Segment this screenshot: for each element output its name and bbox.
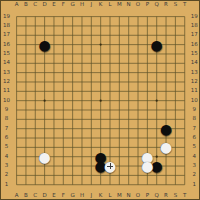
- bottom-coordinate-g: G: [70, 193, 74, 199]
- right-coordinate-10: 10: [191, 98, 198, 104]
- right-coordinate-15: 15: [191, 51, 198, 57]
- right-coordinate-4: 4: [192, 154, 196, 160]
- stone-white-r5[interactable]: ●: [160, 141, 172, 155]
- top-coordinate-b: B: [24, 3, 28, 9]
- bottom-coordinate-l: L: [108, 193, 111, 199]
- right-coordinate-6: 6: [192, 135, 196, 141]
- star-point-k16: [100, 44, 102, 46]
- top-coordinate-h: H: [80, 3, 84, 9]
- top-coordinate-p: P: [146, 3, 149, 9]
- left-coordinate-7: 7: [5, 126, 9, 132]
- top-coordinate-r: R: [164, 3, 168, 9]
- right-coordinate-1: 1: [192, 182, 196, 188]
- top-coordinate-d: D: [42, 3, 46, 9]
- top-coordinate-m: M: [117, 3, 122, 9]
- right-coordinate-9: 9: [192, 107, 196, 113]
- bottom-coordinate-f: F: [62, 193, 65, 199]
- stone-white-d4[interactable]: ●: [39, 150, 51, 164]
- bottom-coordinate-k: K: [99, 193, 103, 199]
- bottom-coordinate-j: J: [91, 193, 93, 199]
- top-coordinate-j: J: [91, 3, 93, 9]
- top-coordinate-q: Q: [155, 3, 159, 9]
- top-coordinate-n: N: [127, 3, 131, 9]
- bottom-coordinate-n: N: [127, 193, 131, 199]
- bottom-coordinate-q: Q: [155, 193, 159, 199]
- right-coordinate-13: 13: [191, 70, 198, 76]
- right-coordinate-19: 19: [191, 14, 198, 20]
- stone-black-d16[interactable]: ●: [39, 38, 51, 52]
- left-coordinate-8: 8: [5, 117, 9, 123]
- top-coordinate-c: C: [33, 3, 37, 9]
- left-coordinate-18: 18: [3, 23, 10, 29]
- left-coordinate-13: 13: [3, 70, 10, 76]
- top-coordinate-a: A: [15, 3, 19, 9]
- go-board[interactable]: AABBCCDDEEFFGGHHJJKKLLMMNNOOPPQQRRSSTT19…: [0, 0, 200, 200]
- top-coordinate-f: F: [62, 3, 65, 9]
- bottom-coordinate-c: C: [33, 193, 37, 199]
- right-coordinate-2: 2: [192, 173, 196, 179]
- stone-black-q16[interactable]: ●: [151, 38, 163, 52]
- top-coordinate-e: E: [52, 3, 55, 9]
- left-coordinate-6: 6: [5, 135, 9, 141]
- right-coordinate-18: 18: [191, 23, 198, 29]
- bottom-coordinate-d: D: [42, 193, 46, 199]
- top-coordinate-t: T: [183, 3, 186, 9]
- top-coordinate-s: S: [174, 3, 178, 9]
- right-coordinate-11: 11: [191, 89, 198, 95]
- star-point-k10: [100, 100, 102, 102]
- star-point-d10: [44, 100, 46, 102]
- bottom-coordinate-m: M: [117, 193, 122, 199]
- left-coordinate-17: 17: [3, 33, 10, 39]
- bottom-coordinate-s: S: [174, 193, 178, 199]
- stone-white-p3[interactable]: ●: [141, 159, 153, 173]
- left-coordinate-10: 10: [3, 98, 10, 104]
- left-coordinate-2: 2: [5, 173, 9, 179]
- right-coordinate-5: 5: [192, 145, 196, 151]
- left-coordinate-4: 4: [5, 154, 9, 160]
- top-coordinate-g: G: [70, 3, 74, 9]
- right-coordinate-12: 12: [191, 79, 198, 85]
- bottom-coordinate-r: R: [164, 193, 168, 199]
- right-coordinate-16: 16: [191, 42, 198, 48]
- left-coordinate-16: 16: [3, 42, 10, 48]
- left-coordinate-19: 19: [3, 14, 10, 20]
- right-coordinate-17: 17: [191, 33, 198, 39]
- bottom-coordinate-h: H: [80, 193, 84, 199]
- bottom-coordinate-o: O: [136, 193, 140, 199]
- left-coordinate-1: 1: [5, 182, 9, 188]
- bottom-coordinate-e: E: [52, 193, 55, 199]
- left-coordinate-3: 3: [5, 163, 9, 169]
- bottom-coordinate-p: P: [146, 193, 149, 199]
- left-coordinate-12: 12: [3, 79, 10, 85]
- left-coordinate-5: 5: [5, 145, 9, 151]
- right-coordinate-14: 14: [191, 61, 198, 67]
- stone-black-r7[interactable]: ●: [160, 122, 172, 136]
- top-coordinate-l: L: [108, 3, 111, 9]
- right-coordinate-8: 8: [192, 117, 196, 123]
- right-coordinate-7: 7: [192, 126, 196, 132]
- top-coordinate-o: O: [136, 3, 140, 9]
- top-coordinate-k: K: [99, 3, 103, 9]
- left-coordinate-14: 14: [3, 61, 10, 67]
- right-coordinate-3: 3: [192, 163, 196, 169]
- bottom-coordinate-b: B: [24, 193, 28, 199]
- left-coordinate-9: 9: [5, 107, 9, 113]
- last-move-marker: [107, 163, 113, 169]
- left-coordinate-11: 11: [3, 89, 10, 95]
- bottom-coordinate-a: A: [15, 193, 19, 199]
- star-point-q10: [156, 100, 158, 102]
- left-coordinate-15: 15: [3, 51, 10, 57]
- bottom-coordinate-t: T: [183, 193, 186, 199]
